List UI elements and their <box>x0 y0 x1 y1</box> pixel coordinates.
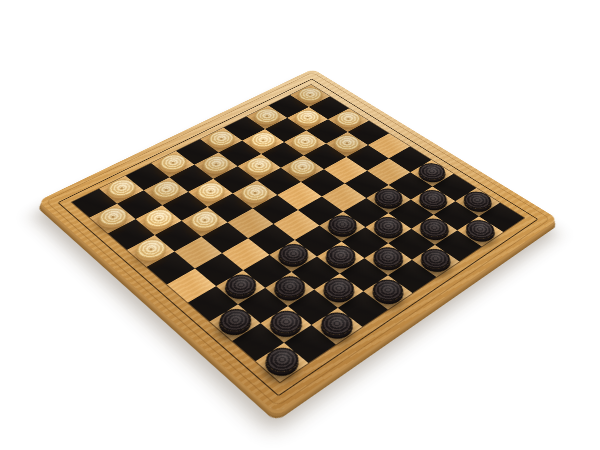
photo-scene <box>0 0 600 450</box>
board-frame <box>38 69 558 414</box>
board <box>72 85 524 382</box>
